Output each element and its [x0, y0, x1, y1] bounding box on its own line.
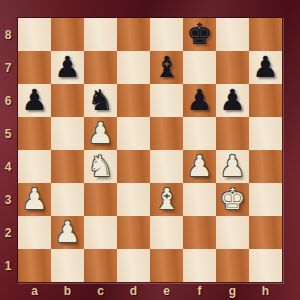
square-f6[interactable]: ♟ — [183, 84, 216, 117]
square-b6[interactable] — [51, 84, 84, 117]
rank-label-5: 5 — [0, 117, 16, 150]
square-g3[interactable]: ♚ — [216, 183, 249, 216]
piece-black-pawn-f6[interactable]: ♟ — [187, 84, 213, 117]
file-label-b: b — [51, 282, 84, 299]
file-label-h: h — [249, 282, 282, 299]
square-g8[interactable] — [216, 18, 249, 51]
square-e4[interactable] — [150, 150, 183, 183]
square-h7[interactable]: ♟ — [249, 51, 282, 84]
square-d4[interactable] — [117, 150, 150, 183]
rank-label-4: 4 — [0, 150, 16, 183]
square-d3[interactable] — [117, 183, 150, 216]
piece-white-pawn-c5[interactable]: ♟ — [88, 117, 114, 150]
square-e3[interactable]: ♝ — [150, 183, 183, 216]
piece-black-king-f8[interactable]: ♚ — [187, 18, 213, 51]
square-d7[interactable] — [117, 51, 150, 84]
piece-black-bishop-e7[interactable]: ♝ — [154, 51, 180, 84]
square-d2[interactable] — [117, 216, 150, 249]
file-labels: abcdefgh — [18, 282, 282, 300]
square-d5[interactable] — [117, 117, 150, 150]
square-h4[interactable] — [249, 150, 282, 183]
square-b5[interactable] — [51, 117, 84, 150]
square-c3[interactable] — [84, 183, 117, 216]
piece-white-pawn-g4[interactable]: ♟ — [220, 150, 246, 183]
square-b8[interactable] — [51, 18, 84, 51]
square-f8[interactable]: ♚ — [183, 18, 216, 51]
rank-label-7: 7 — [0, 51, 16, 84]
chess-board: ♚♟♝♟♟♞♟♟♟♞♟♟♟♝♚♟ — [18, 18, 282, 282]
square-g6[interactable]: ♟ — [216, 84, 249, 117]
square-e1[interactable] — [150, 249, 183, 282]
square-c6[interactable]: ♞ — [84, 84, 117, 117]
rank-label-6: 6 — [0, 84, 16, 117]
file-label-f: f — [183, 282, 216, 299]
square-c8[interactable] — [84, 18, 117, 51]
rank-labels: 87654321 — [0, 18, 18, 282]
square-g7[interactable] — [216, 51, 249, 84]
piece-white-king-g3[interactable]: ♚ — [220, 183, 246, 216]
square-d6[interactable] — [117, 84, 150, 117]
square-g5[interactable] — [216, 117, 249, 150]
square-b2[interactable]: ♟ — [51, 216, 84, 249]
square-a1[interactable] — [18, 249, 51, 282]
square-h8[interactable] — [249, 18, 282, 51]
square-c5[interactable]: ♟ — [84, 117, 117, 150]
square-g1[interactable] — [216, 249, 249, 282]
square-a8[interactable] — [18, 18, 51, 51]
square-g4[interactable]: ♟ — [216, 150, 249, 183]
rank-label-1: 1 — [0, 249, 16, 282]
square-b3[interactable] — [51, 183, 84, 216]
piece-black-pawn-a6[interactable]: ♟ — [22, 84, 48, 117]
square-f5[interactable] — [183, 117, 216, 150]
square-e8[interactable] — [150, 18, 183, 51]
square-e7[interactable]: ♝ — [150, 51, 183, 84]
file-label-g: g — [216, 282, 249, 299]
file-label-c: c — [84, 282, 117, 299]
piece-black-pawn-g6[interactable]: ♟ — [220, 84, 246, 117]
square-f4[interactable]: ♟ — [183, 150, 216, 183]
rank-label-3: 3 — [0, 183, 16, 216]
square-c7[interactable] — [84, 51, 117, 84]
square-a7[interactable] — [18, 51, 51, 84]
piece-white-pawn-a3[interactable]: ♟ — [22, 183, 48, 216]
piece-white-knight-c4[interactable]: ♞ — [88, 150, 114, 183]
square-d1[interactable] — [117, 249, 150, 282]
square-h5[interactable] — [249, 117, 282, 150]
square-b1[interactable] — [51, 249, 84, 282]
file-label-a: a — [18, 282, 51, 299]
square-c4[interactable]: ♞ — [84, 150, 117, 183]
rank-label-8: 8 — [0, 18, 16, 51]
square-f2[interactable] — [183, 216, 216, 249]
piece-white-pawn-b2[interactable]: ♟ — [55, 216, 81, 249]
square-a6[interactable]: ♟ — [18, 84, 51, 117]
square-c1[interactable] — [84, 249, 117, 282]
chess-board-frame: 87654321 abcdefgh ♚♟♝♟♟♞♟♟♟♞♟♟♟♝♚♟ — [0, 0, 300, 300]
square-f7[interactable] — [183, 51, 216, 84]
piece-black-knight-c6[interactable]: ♞ — [88, 84, 114, 117]
piece-black-pawn-h7[interactable]: ♟ — [253, 51, 279, 84]
piece-white-bishop-e3[interactable]: ♝ — [154, 183, 180, 216]
square-h2[interactable] — [249, 216, 282, 249]
square-h3[interactable] — [249, 183, 282, 216]
square-b7[interactable]: ♟ — [51, 51, 84, 84]
square-d8[interactable] — [117, 18, 150, 51]
square-f1[interactable] — [183, 249, 216, 282]
square-e6[interactable] — [150, 84, 183, 117]
file-label-d: d — [117, 282, 150, 299]
square-e2[interactable] — [150, 216, 183, 249]
square-a4[interactable] — [18, 150, 51, 183]
square-a2[interactable] — [18, 216, 51, 249]
piece-white-pawn-f4[interactable]: ♟ — [187, 150, 213, 183]
square-c2[interactable] — [84, 216, 117, 249]
square-a3[interactable]: ♟ — [18, 183, 51, 216]
square-g2[interactable] — [216, 216, 249, 249]
square-h6[interactable] — [249, 84, 282, 117]
square-h1[interactable] — [249, 249, 282, 282]
square-f3[interactable] — [183, 183, 216, 216]
file-label-e: e — [150, 282, 183, 299]
square-a5[interactable] — [18, 117, 51, 150]
square-b4[interactable] — [51, 150, 84, 183]
rank-label-2: 2 — [0, 216, 16, 249]
square-e5[interactable] — [150, 117, 183, 150]
piece-black-pawn-b7[interactable]: ♟ — [55, 51, 81, 84]
